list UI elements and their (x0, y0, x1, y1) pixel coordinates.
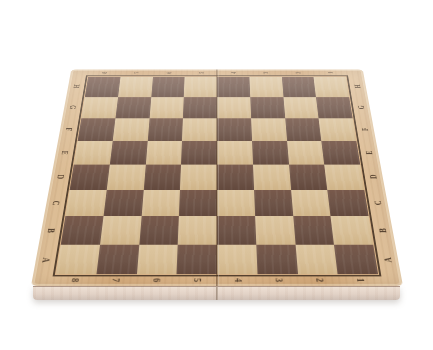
file-label-left-a: A (40, 257, 51, 262)
fold-seam-front (216, 287, 218, 300)
square-e8 (74, 141, 113, 165)
square-c8 (65, 190, 106, 217)
square-g6 (149, 97, 184, 118)
rank-label-top-4: 4 (230, 72, 237, 74)
square-a1 (334, 244, 378, 274)
square-c7 (103, 190, 143, 217)
square-d8 (70, 165, 110, 190)
file-label-right-f: F (361, 128, 370, 131)
square-f6 (147, 118, 183, 140)
square-g3 (250, 97, 285, 118)
file-label-left-e: E (60, 151, 69, 155)
file-label-right-b: B (378, 228, 388, 232)
rank-label-top-5: 5 (197, 72, 204, 74)
square-c3 (254, 190, 293, 217)
fold-seam (216, 69, 219, 286)
square-d6 (143, 165, 181, 190)
rank-label-bottom-8: 8 (69, 278, 81, 282)
square-f7 (113, 118, 150, 140)
rank-label-bottom-6: 6 (150, 278, 161, 282)
square-e7 (110, 141, 148, 165)
rank-label-bottom-7: 7 (109, 278, 120, 282)
square-f4 (217, 118, 252, 140)
square-g8 (81, 97, 118, 118)
square-h6 (151, 77, 185, 97)
square-b5 (178, 216, 217, 244)
square-f3 (251, 118, 287, 140)
rank-label-top-3: 3 (262, 72, 269, 74)
rank-label-top-6: 6 (165, 72, 172, 74)
square-b7 (100, 216, 141, 244)
file-label-right-c: C (373, 201, 383, 206)
square-c6 (141, 190, 180, 217)
file-label-left-b: B (46, 228, 56, 232)
square-g4 (217, 97, 251, 118)
file-label-left-g: G (68, 105, 77, 109)
square-e3 (252, 141, 289, 165)
rank-label-top-7: 7 (133, 72, 140, 74)
square-a4 (217, 244, 257, 274)
square-h3 (249, 77, 283, 97)
file-label-left-d: D (55, 175, 65, 179)
file-label-right-a: A (383, 257, 394, 262)
square-h1 (314, 77, 350, 97)
square-e5 (181, 141, 217, 165)
file-label-right-e: E (365, 151, 374, 155)
rank-label-bottom-5: 5 (191, 278, 202, 282)
rank-label-bottom-2: 2 (313, 278, 324, 282)
square-a5 (177, 244, 217, 274)
rank-label-top-1: 1 (326, 72, 333, 74)
square-e4 (217, 141, 253, 165)
square-h8 (85, 77, 121, 97)
square-d2 (289, 165, 328, 190)
square-b1 (331, 216, 373, 244)
square-a2 (295, 244, 338, 274)
file-label-right-d: D (369, 175, 379, 179)
photo-canvas: 8765432187654321HGFEDCBAHGFEDCBA (0, 0, 433, 350)
square-b3 (255, 216, 295, 244)
square-f2 (285, 118, 322, 140)
square-h2 (281, 77, 316, 97)
square-e2 (287, 141, 325, 165)
square-c2 (291, 190, 331, 217)
square-d7 (107, 165, 146, 190)
square-f5 (182, 118, 217, 140)
square-f1 (319, 118, 357, 140)
square-a3 (256, 244, 297, 274)
square-g2 (283, 97, 319, 118)
square-c1 (327, 190, 368, 217)
square-g7 (115, 97, 151, 118)
square-f8 (78, 118, 116, 140)
board-front-edge (33, 286, 400, 300)
rank-label-top-8: 8 (100, 72, 107, 74)
file-label-right-h: H (354, 85, 363, 89)
square-b8 (61, 216, 103, 244)
chessboard: 8765432187654321HGFEDCBAHGFEDCBA (31, 69, 403, 286)
square-g1 (316, 97, 353, 118)
square-h7 (118, 77, 153, 97)
square-c5 (179, 190, 217, 217)
square-a6 (136, 244, 177, 274)
square-e6 (145, 141, 182, 165)
file-label-right-g: G (357, 105, 366, 109)
rank-label-bottom-4: 4 (232, 278, 243, 282)
square-h4 (217, 77, 250, 97)
square-d3 (253, 165, 291, 190)
square-d4 (217, 165, 254, 190)
square-b2 (293, 216, 334, 244)
square-a7 (96, 244, 139, 274)
square-g5 (183, 97, 217, 118)
file-label-left-h: H (72, 85, 81, 89)
file-label-left-c: C (51, 201, 61, 206)
file-label-left-f: F (64, 128, 73, 131)
square-c4 (217, 190, 255, 217)
square-a8 (56, 244, 100, 274)
square-b6 (139, 216, 179, 244)
rank-label-bottom-3: 3 (273, 278, 284, 282)
square-d1 (324, 165, 364, 190)
square-d5 (180, 165, 217, 190)
rank-label-bottom-1: 1 (354, 278, 366, 282)
square-e1 (321, 141, 360, 165)
square-h5 (184, 77, 217, 97)
square-b4 (217, 216, 256, 244)
rank-label-top-2: 2 (294, 72, 301, 74)
